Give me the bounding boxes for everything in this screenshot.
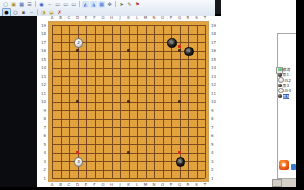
coord-left-label: 13 xyxy=(37,74,46,79)
coord-left-label: 15 xyxy=(37,57,46,62)
grid-line-v xyxy=(163,25,164,178)
coord-top-label: J xyxy=(116,15,124,20)
hoshi-point xyxy=(178,100,180,102)
hoshi-point xyxy=(127,151,129,153)
tree-item-label: 白4 xyxy=(285,88,292,93)
toolbar-separator xyxy=(37,9,38,15)
white-stone-D17: 2 xyxy=(74,38,83,47)
black-stone-Q3: 5 xyxy=(176,157,185,166)
coord-top-label: F xyxy=(91,15,99,20)
coord-right-label: 13 xyxy=(211,74,220,79)
hoshi-point xyxy=(76,49,78,51)
small-board-icon[interactable]: ‒ xyxy=(46,1,53,8)
grid-tool-icon[interactable]: ▦ xyxy=(98,1,105,8)
right-black-strip xyxy=(296,0,304,190)
tree-item-label: 黑3 xyxy=(283,83,290,88)
red-marker-Q16 xyxy=(178,45,181,48)
coord-bottom-label: S xyxy=(193,182,201,187)
board-view-1-icon[interactable]: ▭ xyxy=(54,1,61,8)
coord-top-label: T xyxy=(201,15,209,20)
coord-left-label: 17 xyxy=(37,40,46,45)
resize-grip[interactable] xyxy=(272,179,282,187)
grid-line-h xyxy=(52,110,205,111)
coord-bottom-label: O xyxy=(159,182,167,187)
coord-right-label: 19 xyxy=(211,23,220,28)
grid-line-v xyxy=(154,25,155,178)
rotate-left-icon[interactable]: ◭ xyxy=(82,1,89,8)
move-number: 1 xyxy=(188,49,190,53)
coord-top-label: E xyxy=(82,15,90,20)
coord-top-label: O xyxy=(159,15,167,20)
coord-bottom-label: L xyxy=(133,182,141,187)
marker-tool-icon[interactable]: ▪ xyxy=(20,9,27,16)
coord-top-label: R xyxy=(184,15,192,20)
grid-line-v xyxy=(171,25,172,178)
help-icon[interactable]: ◉ xyxy=(38,1,45,8)
hoshi-point xyxy=(76,100,78,102)
tree-item-4[interactable]: 白4 xyxy=(278,88,296,93)
board-view-3-icon[interactable]: ▭ xyxy=(70,1,77,8)
label-tool-icon[interactable]: ‒ xyxy=(28,9,35,16)
coord-left-label: 8 xyxy=(37,116,46,121)
coord-right-label: 3 xyxy=(211,159,220,164)
rotate-right-icon[interactable]: ◮ xyxy=(90,1,97,8)
coord-right-label: 17 xyxy=(211,40,220,45)
coord-top-label: G xyxy=(99,15,107,20)
coord-left-label: 12 xyxy=(37,82,46,87)
coord-top-label: H xyxy=(108,15,116,20)
tree-item-label: 黑1 xyxy=(283,72,290,77)
coord-right-label: 8 xyxy=(211,116,220,121)
board-view-2-icon[interactable]: ▭ xyxy=(62,1,69,8)
coord-right-label: 14 xyxy=(211,65,220,70)
panel-divider-top xyxy=(277,33,296,34)
grid-line-h xyxy=(52,178,205,179)
app-logo-icon[interactable]: ✱ xyxy=(279,160,289,170)
coord-top-label: S xyxy=(193,15,201,20)
tree-item-label: 棋谱 xyxy=(283,67,291,72)
white-stone-tool-icon[interactable]: ○ xyxy=(12,9,19,16)
coord-left-label: 19 xyxy=(37,23,46,28)
coord-right-label: 4 xyxy=(211,150,220,155)
coord-bottom-label: M xyxy=(142,182,150,187)
coord-top-label: K xyxy=(125,15,133,20)
grid-line-h xyxy=(52,127,205,128)
grid-line-h xyxy=(52,170,205,171)
tree-item-0[interactable]: 棋谱 xyxy=(278,67,296,72)
coord-bottom-label: R xyxy=(184,182,192,187)
black-stone-icon xyxy=(278,84,282,88)
coord-right-label: 1 xyxy=(211,176,220,181)
coord-right-label: 7 xyxy=(211,125,220,130)
coord-bottom-label: D xyxy=(74,182,82,187)
coord-top-label: N xyxy=(150,15,158,20)
hoshi-point xyxy=(178,49,180,51)
grid-line-v xyxy=(137,25,138,178)
open-file-icon[interactable]: ▣ xyxy=(10,1,17,8)
move-number: 2 xyxy=(77,41,80,45)
save-file-icon[interactable]: ▦ xyxy=(18,1,25,8)
print-icon[interactable]: ☰ xyxy=(26,1,33,8)
coord-right-label: 10 xyxy=(211,99,220,104)
play-icon[interactable]: ➤ xyxy=(118,1,125,8)
grid-line-h xyxy=(52,136,205,137)
coord-right-label: 5 xyxy=(211,142,220,147)
grid-line-v xyxy=(146,25,147,178)
coord-right-label: 12 xyxy=(211,82,220,87)
grid-line-h xyxy=(52,144,205,145)
coord-bottom-label: Q xyxy=(176,182,184,187)
black-stone-icon xyxy=(278,94,282,98)
coord-bottom-label: C xyxy=(65,182,73,187)
toolbar-row-1: ▢▣▦☰◉‒▭▭▭◭◮▦✥➤✎⚑ xyxy=(0,0,215,8)
coord-left-label: 10 xyxy=(37,99,46,104)
tree-item-5[interactable]: 黑5 xyxy=(278,94,296,99)
coord-top-label: P xyxy=(167,15,175,20)
coord-top-label: Q xyxy=(176,15,184,20)
coord-left-label: 7 xyxy=(37,125,46,130)
coord-right-label: 6 xyxy=(211,133,220,138)
move-number: 5 xyxy=(179,160,181,164)
coord-bottom-label: A xyxy=(48,182,56,187)
coord-right-label: 2 xyxy=(211,167,220,172)
new-board-icon[interactable]: ▢ xyxy=(2,1,9,8)
move-number: 3 xyxy=(171,41,173,45)
move-number: 4 xyxy=(77,160,80,164)
coord-bottom-label: K xyxy=(125,182,133,187)
edit-icon[interactable]: ✎ xyxy=(126,1,133,8)
go-board[interactable]: 12345 xyxy=(48,21,209,182)
coord-left-label: 1 xyxy=(37,176,46,181)
coord-right-label: 11 xyxy=(211,91,220,96)
coord-left-label: 14 xyxy=(37,65,46,70)
coord-top-label: A xyxy=(48,15,56,20)
coord-top-label: B xyxy=(57,15,65,20)
coord-left-label: 11 xyxy=(37,91,46,96)
grid-line-v xyxy=(205,25,206,178)
coord-top-label: L xyxy=(133,15,141,20)
tree-item-label: 黑5 xyxy=(283,94,290,99)
flag-icon[interactable]: ⚑ xyxy=(134,1,141,8)
coord-left-label: 5 xyxy=(37,142,46,147)
toolbar-separator xyxy=(115,1,116,7)
toolbar-separator xyxy=(35,1,36,7)
hoshi-point xyxy=(127,49,129,51)
grid-line-h xyxy=(52,119,205,120)
coord-bottom-label: E xyxy=(82,182,90,187)
top-spacer xyxy=(221,0,296,16)
coord-bottom-label: N xyxy=(150,182,158,187)
black-stone-R16: 1 xyxy=(184,47,193,56)
red-marker-D4 xyxy=(76,151,79,154)
left-black-panel xyxy=(0,16,37,187)
coord-left-label: 2 xyxy=(37,167,46,172)
coord-right-label: 9 xyxy=(211,108,220,113)
white-stone-D3: 4 xyxy=(74,157,83,166)
black-stone-P17: 3 xyxy=(167,38,176,47)
coord-right-label: 16 xyxy=(211,48,220,53)
coord-bottom-label: H xyxy=(108,182,116,187)
coord-bottom-label: P xyxy=(167,182,175,187)
coord-left-label: 3 xyxy=(37,159,46,164)
coord-left-label: 16 xyxy=(37,48,46,53)
coord-right-label: 15 xyxy=(211,57,220,62)
coord-bottom-label: T xyxy=(201,182,209,187)
coord-bottom-label: J xyxy=(116,182,124,187)
grid-line-v xyxy=(197,25,198,178)
coord-top-label: C xyxy=(65,15,73,20)
tree-item-2[interactable]: 白2 xyxy=(278,78,296,83)
prev-node-icon[interactable]: ◑ xyxy=(40,9,47,16)
coord-left-label: 9 xyxy=(37,108,46,113)
coord-bottom-label: G xyxy=(99,182,107,187)
coord-right-label: 18 xyxy=(211,31,220,36)
coord-bottom-label: F xyxy=(91,182,99,187)
green-stone-icon xyxy=(278,68,282,72)
tree-item-label: 白2 xyxy=(285,78,292,83)
coord-left-label: 6 xyxy=(37,133,46,138)
coord-top-label: M xyxy=(142,15,150,20)
coord-left-label: 18 xyxy=(37,31,46,36)
move-tool-icon[interactable]: ✥ xyxy=(106,1,113,8)
coord-left-label: 4 xyxy=(37,150,46,155)
coord-bottom-label: B xyxy=(57,182,65,187)
toolbar-separator xyxy=(79,1,80,7)
black-stone-icon xyxy=(278,73,282,77)
hoshi-point xyxy=(127,100,129,102)
red-marker-Q4 xyxy=(178,151,181,154)
coord-top-label: D xyxy=(74,15,82,20)
